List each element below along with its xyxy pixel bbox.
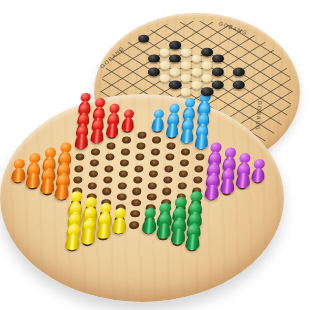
peg-red[interactable] — [105, 115, 120, 138]
board-hole[interactable] — [178, 171, 188, 178]
peg-body — [74, 134, 88, 148]
peg-purple[interactable] — [235, 164, 251, 188]
peg-blue[interactable] — [165, 115, 180, 138]
peg-red[interactable] — [90, 120, 106, 143]
peg-yellow[interactable] — [80, 219, 98, 245]
board-hole[interactable] — [131, 199, 141, 206]
peg-body — [194, 134, 208, 148]
board-hole[interactable] — [162, 188, 172, 195]
checkers-star-holes — [0, 94, 292, 302]
white-stone[interactable] — [180, 48, 192, 57]
peg-red[interactable] — [121, 109, 136, 131]
board-hole[interactable] — [165, 154, 175, 161]
board-hole[interactable] — [73, 176, 83, 183]
black-stone[interactable] — [169, 54, 181, 63]
peg-body — [185, 234, 201, 250]
peg-purple[interactable] — [204, 175, 221, 199]
black-stone[interactable] — [148, 54, 160, 63]
board-hole[interactable] — [103, 176, 113, 183]
board-hole[interactable] — [166, 143, 176, 150]
board-hole[interactable] — [177, 182, 187, 189]
peg-body — [105, 123, 119, 137]
board-hole[interactable] — [74, 165, 84, 172]
board-hole[interactable] — [102, 188, 112, 195]
board-hole[interactable] — [120, 160, 130, 167]
board-hole[interactable] — [137, 131, 146, 138]
peg-body — [26, 173, 41, 188]
board-hole[interactable] — [91, 148, 101, 155]
peg-body — [235, 173, 250, 188]
peg-body — [165, 123, 179, 137]
peg-green[interactable] — [184, 225, 202, 251]
peg-orange[interactable] — [25, 164, 41, 188]
board-hole[interactable] — [119, 171, 129, 178]
peg-body — [96, 223, 112, 239]
board-hole[interactable] — [121, 148, 131, 155]
board-hole[interactable] — [147, 182, 157, 189]
black-stone[interactable] — [169, 41, 181, 50]
peg-body — [251, 168, 266, 183]
board-hole[interactable] — [89, 171, 99, 178]
board-hole[interactable] — [132, 188, 142, 195]
board-hole[interactable] — [150, 160, 160, 167]
board-hole[interactable] — [106, 143, 116, 150]
peg-body — [204, 184, 219, 199]
peg-yellow[interactable] — [64, 225, 82, 251]
board-hole[interactable] — [151, 148, 161, 155]
peg-body — [141, 218, 157, 234]
game-set-scene: GOBANG GOBANG GOBANG — [0, 0, 310, 310]
peg-orange[interactable] — [11, 159, 27, 183]
white-stone[interactable] — [159, 61, 171, 70]
peg-orange[interactable] — [40, 170, 57, 194]
peg-body — [220, 179, 235, 194]
board-hole[interactable] — [105, 154, 115, 161]
board-hole[interactable] — [136, 143, 146, 150]
board-hole[interactable] — [163, 176, 173, 183]
board-hole[interactable] — [88, 182, 98, 189]
board-hole[interactable] — [152, 137, 161, 144]
black-stone[interactable] — [201, 48, 213, 57]
peg-body — [11, 168, 26, 183]
white-stone[interactable] — [180, 87, 193, 96]
peg-body — [111, 218, 127, 234]
white-stone[interactable] — [159, 48, 171, 57]
black-stone[interactable] — [138, 35, 150, 44]
peg-body — [121, 118, 135, 132]
board-hole[interactable] — [122, 137, 131, 144]
board-hole[interactable] — [129, 221, 139, 228]
board-hole[interactable] — [116, 193, 126, 200]
peg-purple[interactable] — [251, 159, 267, 183]
peg-purple[interactable] — [219, 170, 236, 194]
board-hole[interactable] — [195, 154, 205, 161]
black-stone[interactable] — [212, 54, 224, 63]
board-hole[interactable] — [104, 165, 114, 172]
board-hole[interactable] — [135, 154, 145, 161]
board-hole[interactable] — [194, 165, 204, 172]
peg-blue[interactable] — [194, 126, 210, 149]
peg-yellow[interactable] — [95, 214, 112, 239]
board-hole[interactable] — [130, 210, 140, 217]
board-hole[interactable] — [134, 165, 144, 172]
peg-blue[interactable] — [179, 120, 195, 143]
peg-body — [65, 234, 81, 250]
peg-blue[interactable] — [151, 109, 166, 131]
white-stone[interactable] — [191, 54, 203, 63]
black-stone[interactable] — [201, 87, 214, 96]
white-stone[interactable] — [201, 61, 213, 70]
board-hole[interactable] — [90, 160, 100, 167]
board-hole[interactable] — [75, 154, 85, 161]
peg-body — [55, 184, 70, 199]
board-hole[interactable] — [146, 193, 156, 200]
peg-red[interactable] — [74, 126, 90, 149]
board-hole[interactable] — [149, 171, 159, 178]
peg-yellow[interactable] — [111, 208, 128, 233]
peg-body — [180, 129, 194, 143]
peg-body — [170, 229, 186, 245]
board-hole[interactable] — [164, 165, 174, 172]
peg-body — [151, 118, 165, 132]
board-hole[interactable] — [133, 176, 143, 183]
peg-body — [90, 129, 104, 143]
white-stone[interactable] — [180, 61, 192, 70]
peg-body — [156, 223, 172, 239]
chinese-checkers-board — [0, 94, 284, 302]
peg-body — [80, 229, 96, 245]
board-hole[interactable] — [180, 160, 190, 167]
board-hole[interactable] — [193, 176, 203, 183]
board-hole[interactable] — [117, 182, 127, 189]
board-hole[interactable] — [181, 148, 191, 155]
peg-body — [40, 179, 55, 194]
